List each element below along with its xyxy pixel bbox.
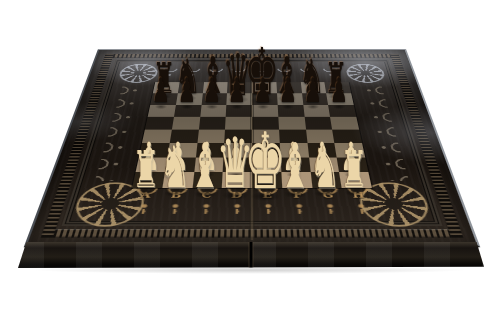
piece-black-p-h7[interactable]: ♟ [329, 74, 347, 108]
square-b5[interactable] [172, 117, 200, 130]
piece-black-p-b7[interactable]: ♟ [178, 74, 196, 108]
piece-black-p-d7[interactable]: ♟ [228, 74, 246, 108]
fold-gap [249, 242, 254, 269]
piece-black-p-g7[interactable]: ♟ [304, 74, 322, 108]
piece-white-n-g1[interactable]: ♞ [309, 139, 340, 196]
square-a5[interactable] [145, 117, 174, 130]
piece-white-b-f1[interactable]: ♝ [278, 136, 311, 198]
piece-white-n-b1[interactable]: ♞ [160, 139, 191, 196]
square-h5[interactable] [330, 117, 359, 130]
square-g5[interactable] [304, 117, 332, 130]
piece-black-p-a7[interactable]: ♟ [152, 74, 170, 108]
piece-black-p-c7[interactable]: ♟ [203, 74, 221, 108]
piece-black-p-e7[interactable]: ♟ [253, 74, 271, 108]
piece-white-r-a1[interactable]: ♜ [132, 144, 159, 195]
board-front-edge [18, 242, 484, 269]
product-photo: ABCDEFGH ♜♞♝♛♚♝♞♜♟♟♟♟♟♟♟♟♟♟♟♟♟♟♟♟♜♞♝♛♚♝♞… [0, 0, 500, 331]
piece-black-p-f7[interactable]: ♟ [279, 74, 297, 108]
piece-white-r-h1[interactable]: ♜ [341, 144, 368, 195]
